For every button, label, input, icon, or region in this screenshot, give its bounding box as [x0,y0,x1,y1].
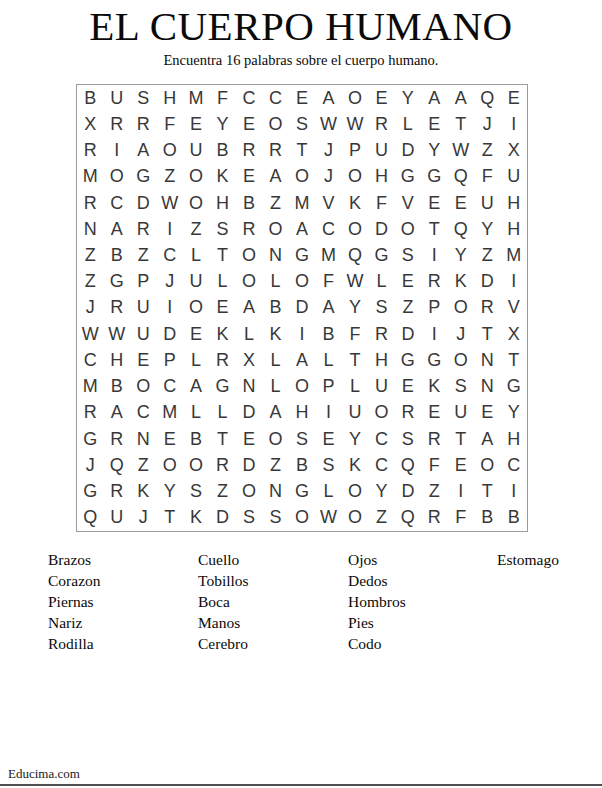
grid-cell-r15-c9: B [289,452,315,478]
grid-cell-r11-c17: T [501,347,527,373]
grid-cell-r14-c8: O [262,426,288,452]
grid-cell-r14-c11: Y [342,426,368,452]
grid-cell-r15-c2: Q [103,452,129,478]
grid-cell-r7-c9: G [289,242,315,268]
grid-cell-r7-c11: Q [342,242,368,268]
grid-cell-r6-c13: O [395,216,421,242]
grid-cell-r5-c16: U [474,190,500,216]
grid-cell-r11-c12: H [368,347,394,373]
word-corazon: Corazon [48,570,101,591]
grid-cell-r6-c17: H [501,216,527,242]
grid-cell-r4-c14: G [421,164,447,190]
grid-cell-r16-c15: I [448,479,474,505]
grid-cell-r2-c5: E [183,111,209,137]
grid-cell-r11-c13: G [395,347,421,373]
grid-cell-r13-c14: E [421,400,447,426]
grid-cell-r15-c17: C [501,452,527,478]
grid-cell-r4-c7: E [236,164,262,190]
grid-cell-r7-c7: O [236,242,262,268]
grid-cell-r17-c15: F [448,505,474,531]
grid-cell-r12-c7: N [236,374,262,400]
word-brazos: Brazos [48,549,101,570]
grid-cell-r7-c17: M [501,242,527,268]
grid-cell-r10-c7: L [236,321,262,347]
grid-cell-r5-c10: V [315,190,341,216]
word-nariz: Nariz [48,612,101,633]
grid-cell-r12-c17: G [501,374,527,400]
grid-cell-r8-c5: U [183,269,209,295]
grid-cell-r1-c4: H [156,85,182,111]
grid-cell-r2-c10: W [315,111,341,137]
word-boca: Boca [198,591,249,612]
grid-cell-r2-c8: O [262,111,288,137]
grid-cell-r10-c9: I [289,321,315,347]
word-hombros: Hombros [348,591,406,612]
grid-cell-r12-c13: E [395,374,421,400]
grid-cell-r12-c16: N [474,374,500,400]
grid-cell-r8-c15: K [448,269,474,295]
grid-cell-r4-c13: G [395,164,421,190]
grid-cell-r17-c9: O [289,505,315,531]
grid-cell-r7-c14: I [421,242,447,268]
grid-cell-r3-c8: R [262,137,288,163]
grid-cell-r11-c11: T [342,347,368,373]
grid-cell-r2-c11: W [342,111,368,137]
grid-cell-r16-c9: G [289,479,315,505]
grid-cell-r15-c12: C [368,452,394,478]
word-cuello: Cuello [198,549,249,570]
grid-cell-r14-c17: H [501,426,527,452]
grid-cell-r2-c7: E [236,111,262,137]
grid-cell-r5-c14: E [421,190,447,216]
grid-cell-r13-c7: D [236,400,262,426]
word-codo: Codo [348,633,406,654]
grid-cell-r16-c13: D [395,479,421,505]
grid-cell-r13-c2: A [103,400,129,426]
grid-cell-r8-c13: E [395,269,421,295]
grid-cell-r9-c17: V [501,295,527,321]
grid-cell-r12-c2: B [103,374,129,400]
grid-cell-r3-c7: R [236,137,262,163]
grid-cell-r16-c8: N [262,479,288,505]
grid-cell-r13-c12: O [368,400,394,426]
grid-cell-r15-c6: R [209,452,235,478]
grid-cell-r17-c16: B [474,505,500,531]
grid-cell-r2-c6: Y [209,111,235,137]
grid-cell-r3-c9: T [289,137,315,163]
grid-cell-r13-c16: E [474,400,500,426]
grid-cell-r14-c15: T [448,426,474,452]
grid-cell-r4-c11: O [342,164,368,190]
grid-cell-r6-c5: Z [183,216,209,242]
grid-cell-r8-c11: W [342,269,368,295]
grid-cell-r5-c4: W [156,190,182,216]
grid-cell-r8-c16: D [474,269,500,295]
grid-cell-r4-c6: K [209,164,235,190]
grid-cell-r12-c14: K [421,374,447,400]
grid-cell-r8-c2: G [103,269,129,295]
grid-cell-r12-c1: M [77,374,103,400]
grid-cell-r5-c2: C [103,190,129,216]
grid-cell-r15-c3: Z [130,452,156,478]
grid-cell-r8-c7: O [236,269,262,295]
grid-cell-r4-c1: M [77,164,103,190]
grid-cell-r16-c3: K [130,479,156,505]
grid-cell-r11-c15: O [448,347,474,373]
grid-cell-r1-c11: O [342,85,368,111]
grid-cell-r6-c16: Y [474,216,500,242]
grid-cell-r9-c11: Y [342,295,368,321]
grid-cell-r1-c3: S [130,85,156,111]
grid-cell-r12-c11: L [342,374,368,400]
word-piernas: Piernas [48,591,101,612]
grid-cell-r2-c13: L [395,111,421,137]
grid-cell-r3-c13: D [395,137,421,163]
grid-cell-r15-c5: O [183,452,209,478]
grid-cell-r16-c6: Z [209,479,235,505]
grid-cell-r17-c2: U [103,505,129,531]
grid-cell-r5-c15: E [448,190,474,216]
word-dedos: Dedos [348,570,406,591]
grid-cell-r17-c13: Q [395,505,421,531]
grid-cell-r16-c16: T [474,479,500,505]
grid-cell-r16-c12: Y [368,479,394,505]
grid-cell-r6-c12: D [368,216,394,242]
grid-cell-r6-c15: Q [448,216,474,242]
grid-cell-r9-c14: P [421,295,447,321]
grid-cell-r13-c9: H [289,400,315,426]
grid-cell-r16-c2: R [103,479,129,505]
grid-cell-r14-c12: C [368,426,394,452]
grid-cell-r13-c10: I [315,400,341,426]
grid-cell-r3-c12: U [368,137,394,163]
grid-cell-r9-c12: S [368,295,394,321]
grid-cell-r9-c8: B [262,295,288,321]
grid-cell-r12-c12: U [368,374,394,400]
grid-cell-r9-c13: Z [395,295,421,321]
grid-cell-r9-c5: O [183,295,209,321]
grid-cell-r12-c4: C [156,374,182,400]
grid-cell-r11-c2: H [103,347,129,373]
word-manos: Manos [198,612,249,633]
grid-cell-r5-c3: D [130,190,156,216]
grid-cell-r7-c2: B [103,242,129,268]
grid-cell-r17-c14: R [421,505,447,531]
grid-cell-r8-c17: I [501,269,527,295]
word-list-column-3: OjosDedosHombrosPiesCodo [348,549,406,654]
grid-cell-r5-c11: K [342,190,368,216]
grid-cell-r7-c8: N [262,242,288,268]
grid-cell-r1-c12: E [368,85,394,111]
grid-cell-r11-c9: A [289,347,315,373]
grid-cell-r16-c14: Z [421,479,447,505]
grid-cell-r12-c10: P [315,374,341,400]
grid-cell-r11-c3: E [130,347,156,373]
grid-cell-r10-c13: D [395,321,421,347]
grid-cell-r1-c1: B [77,85,103,111]
grid-cell-r10-c12: R [368,321,394,347]
grid-cell-r1-c6: F [209,85,235,111]
word-search-grid: BUSHMFCCEAOEYAAQEXRRFEYEOSWWRLETJIRIAOUB… [76,84,528,532]
grid-cell-r4-c8: A [262,164,288,190]
grid-cell-r13-c1: R [77,400,103,426]
grid-cell-r9-c4: I [156,295,182,321]
grid-cell-r4-c4: Z [156,164,182,190]
grid-cell-r11-c6: R [209,347,235,373]
grid-cell-r6-c6: S [209,216,235,242]
grid-cell-r13-c5: L [183,400,209,426]
grid-cell-r11-c5: L [183,347,209,373]
grid-cell-r15-c13: Q [395,452,421,478]
grid-cell-r17-c10: W [315,505,341,531]
grid-cell-r6-c1: N [77,216,103,242]
word-pies: Pies [348,612,406,633]
grid-cell-r13-c4: M [156,400,182,426]
grid-cell-r5-c12: F [368,190,394,216]
grid-cell-r15-c7: D [236,452,262,478]
grid-cell-r11-c14: G [421,347,447,373]
grid-cell-r8-c6: L [209,269,235,295]
grid-cell-r7-c13: S [395,242,421,268]
page-title: EL CUERPO HUMANO [0,0,602,52]
grid-cell-r6-c8: O [262,216,288,242]
grid-cell-r16-c7: O [236,479,262,505]
grid-cell-r5-c5: O [183,190,209,216]
grid-cell-r7-c1: Z [77,242,103,268]
puzzle-instructions: Encuentra 16 palabras sobre el cuerpo hu… [0,52,602,69]
bottom-divider [0,784,602,786]
grid-cell-r14-c10: E [315,426,341,452]
grid-cell-r4-c3: G [130,164,156,190]
grid-cell-r1-c14: A [421,85,447,111]
grid-cell-r3-c16: Z [474,137,500,163]
grid-cell-r11-c8: L [262,347,288,373]
grid-cell-r4-c15: Q [448,164,474,190]
grid-cell-r1-c7: C [236,85,262,111]
grid-cell-r7-c4: C [156,242,182,268]
grid-cell-r13-c6: L [209,400,235,426]
grid-cell-r4-c16: F [474,164,500,190]
word-list-column-4: Estomago [497,549,559,570]
grid-cell-r3-c11: P [342,137,368,163]
grid-cell-r9-c16: R [474,295,500,321]
grid-cell-r10-c4: D [156,321,182,347]
grid-cell-r8-c1: Z [77,269,103,295]
grid-cell-r13-c11: U [342,400,368,426]
grid-cell-r16-c5: S [183,479,209,505]
grid-cell-r9-c9: D [289,295,315,321]
grid-cell-r17-c1: Q [77,505,103,531]
grid-cell-r7-c3: Z [130,242,156,268]
grid-cell-r10-c10: B [315,321,341,347]
site-credit: Educima.com [8,766,80,782]
grid-cell-r2-c1: X [77,111,103,137]
grid-cell-r10-c17: X [501,321,527,347]
grid-cell-r1-c5: M [183,85,209,111]
grid-cell-r3-c2: I [103,137,129,163]
grid-cell-r12-c8: L [262,374,288,400]
grid-cell-r17-c7: S [236,505,262,531]
grid-cell-r14-c14: R [421,426,447,452]
grid-cell-r1-c2: U [103,85,129,111]
grid-cell-r10-c15: J [448,321,474,347]
grid-cell-r7-c12: G [368,242,394,268]
grid-cell-r2-c3: R [130,111,156,137]
grid-cell-r5-c13: V [395,190,421,216]
grid-cell-r7-c10: M [315,242,341,268]
grid-cell-r10-c6: K [209,321,235,347]
grid-cell-r15-c4: O [156,452,182,478]
grid-cell-r14-c5: B [183,426,209,452]
grid-cell-r9-c2: R [103,295,129,321]
grid-cell-r8-c3: P [130,269,156,295]
grid-cell-r5-c1: R [77,190,103,216]
grid-cell-r1-c9: E [289,85,315,111]
grid-cell-r9-c10: A [315,295,341,321]
grid-cell-r6-c2: A [103,216,129,242]
grid-cell-r12-c9: O [289,374,315,400]
grid-cell-r2-c4: F [156,111,182,137]
grid-cell-r12-c3: O [130,374,156,400]
grid-cell-r2-c9: S [289,111,315,137]
grid-cell-r9-c7: A [236,295,262,321]
grid-cell-r8-c9: O [289,269,315,295]
word-rodilla: Rodilla [48,633,101,654]
grid-cell-r2-c17: I [501,111,527,137]
grid-cell-r1-c8: C [262,85,288,111]
grid-cell-r6-c14: T [421,216,447,242]
word-list-column-2: CuelloTobillosBocaManosCerebro [198,549,249,654]
grid-cell-r4-c12: H [368,164,394,190]
grid-cell-r13-c17: Y [501,400,527,426]
grid-cell-r12-c6: G [209,374,235,400]
grid-cell-r3-c3: A [130,137,156,163]
grid-cell-r9-c3: U [130,295,156,321]
grid-cell-r10-c14: I [421,321,447,347]
grid-cell-r8-c12: L [368,269,394,295]
grid-cell-r17-c4: T [156,505,182,531]
grid-cell-r4-c17: U [501,164,527,190]
grid-cell-r14-c13: S [395,426,421,452]
grid-cell-r4-c5: O [183,164,209,190]
grid-cell-r1-c15: A [448,85,474,111]
grid-cell-r1-c16: Q [474,85,500,111]
grid-cell-r9-c6: E [209,295,235,321]
grid-cell-r7-c5: L [183,242,209,268]
grid-cell-r10-c16: T [474,321,500,347]
grid-cell-r15-c11: K [342,452,368,478]
grid-cell-r3-c10: J [315,137,341,163]
grid-cell-r6-c11: O [342,216,368,242]
grid-cell-r7-c16: Z [474,242,500,268]
grid-cell-r3-c1: R [77,137,103,163]
grid-cell-r14-c7: E [236,426,262,452]
grid-cell-r13-c3: C [130,400,156,426]
grid-cell-r11-c10: L [315,347,341,373]
grid-cell-r13-c13: R [395,400,421,426]
grid-cell-r17-c3: J [130,505,156,531]
grid-cell-r3-c6: B [209,137,235,163]
grid-cell-r2-c12: R [368,111,394,137]
grid-cell-r10-c2: W [103,321,129,347]
grid-cell-r17-c8: S [262,505,288,531]
grid-cell-r16-c4: Y [156,479,182,505]
grid-cell-r11-c7: X [236,347,262,373]
grid-cell-r10-c3: U [130,321,156,347]
grid-cell-r1-c13: Y [395,85,421,111]
grid-cell-r6-c10: C [315,216,341,242]
grid-cell-r17-c11: O [342,505,368,531]
grid-cell-r6-c3: R [130,216,156,242]
grid-cell-r6-c7: R [236,216,262,242]
grid-cell-r5-c9: M [289,190,315,216]
word-tobillos: Tobillos [198,570,249,591]
grid-cell-r13-c15: U [448,400,474,426]
word-list-column-1: BrazosCorazonPiernasNarizRodilla [48,549,101,654]
grid-cell-r11-c4: P [156,347,182,373]
grid-cell-r2-c14: E [421,111,447,137]
grid-cell-r15-c15: E [448,452,474,478]
grid-cell-r11-c16: N [474,347,500,373]
grid-cell-r11-c1: C [77,347,103,373]
grid-cell-r2-c16: J [474,111,500,137]
grid-cell-r1-c17: E [501,85,527,111]
grid-cell-r14-c4: E [156,426,182,452]
grid-cell-r5-c8: Z [262,190,288,216]
grid-cell-r8-c4: J [156,269,182,295]
grid-cell-r9-c1: J [77,295,103,321]
grid-cell-r14-c16: A [474,426,500,452]
grid-cell-r14-c3: N [130,426,156,452]
grid-cell-r7-c6: T [209,242,235,268]
grid-cell-r3-c5: U [183,137,209,163]
grid-cell-r17-c17: B [501,505,527,531]
grid-cell-r7-c15: Y [448,242,474,268]
grid-cell-r10-c5: E [183,321,209,347]
grid-cell-r2-c15: T [448,111,474,137]
grid-cell-r4-c10: J [315,164,341,190]
grid-cell-r14-c9: S [289,426,315,452]
grid-cell-r14-c6: T [209,426,235,452]
grid-cell-r15-c10: S [315,452,341,478]
grid-cell-r3-c14: Y [421,137,447,163]
grid-cell-r15-c8: Z [262,452,288,478]
grid-cell-r5-c6: H [209,190,235,216]
grid-cell-r6-c4: I [156,216,182,242]
grid-cell-r2-c2: R [103,111,129,137]
grid-cell-r3-c15: W [448,137,474,163]
grid-cell-r4-c9: O [289,164,315,190]
grid-cell-r15-c1: J [77,452,103,478]
grid-cell-r10-c8: K [262,321,288,347]
grid-cell-r10-c1: W [77,321,103,347]
word-estomago: Estomago [497,549,559,570]
grid-cell-r5-c17: H [501,190,527,216]
grid-cell-r14-c2: R [103,426,129,452]
grid-cell-r17-c12: Z [368,505,394,531]
grid-cell-r8-c14: R [421,269,447,295]
grid-cell-r16-c17: I [501,479,527,505]
grid-cell-r15-c14: F [421,452,447,478]
grid-cell-r15-c16: O [474,452,500,478]
grid-cell-r17-c6: D [209,505,235,531]
grid-cell-r1-c10: A [315,85,341,111]
grid-cell-r14-c1: G [77,426,103,452]
grid-cell-r5-c7: B [236,190,262,216]
grid-cell-r13-c8: A [262,400,288,426]
grid-cell-r3-c17: X [501,137,527,163]
word-ojos: Ojos [348,549,406,570]
